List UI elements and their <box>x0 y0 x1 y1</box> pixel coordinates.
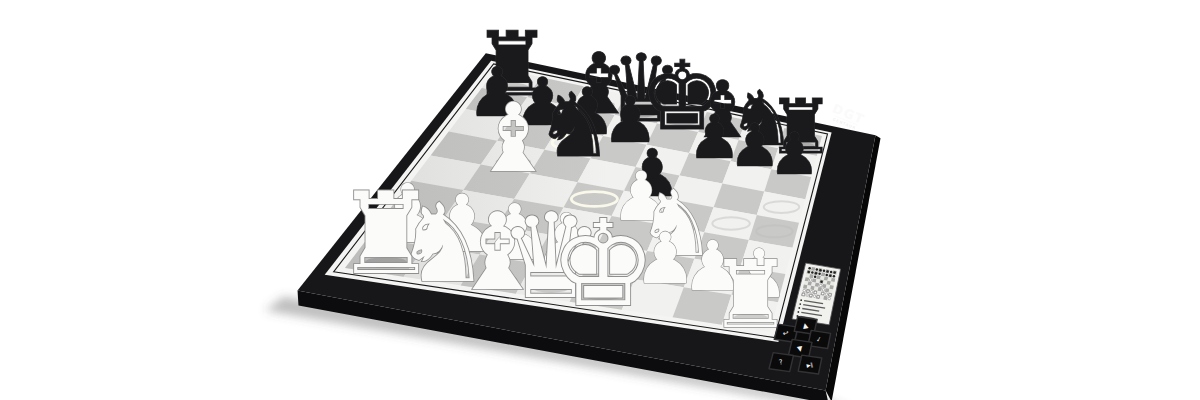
centaur-chessboard-scene: ♜♝♛♚♝♞♜♟♟♟♟♟♟♟♞♟♝♟♞♟♟♟♟♟♟♟♜♞♝♛♚♜ ↩▲✓▼?▶∥… <box>0 0 1200 400</box>
piece-white-king-e1[interactable]: ♚ <box>549 194 656 333</box>
playing-surface: ♜♝♛♚♝♞♜♟♟♟♟♟♟♟♞♟♝♟♞♟♟♟♟♟♟♟♜♞♝♛♚♜ <box>335 13 834 348</box>
piece-white-bishop-b5[interactable]: ♝ <box>471 83 556 193</box>
product-photo-canvas: ♜♝♛♚♝♞♜♟♟♟♟♟♟♟♞♟♝♟♞♟♟♟♟♟♟♟♜♞♝♛♚♜ ↩▲✓▼?▶∥… <box>0 0 1200 400</box>
piece-black-pawn-h7[interactable]: ♟ <box>769 120 821 188</box>
